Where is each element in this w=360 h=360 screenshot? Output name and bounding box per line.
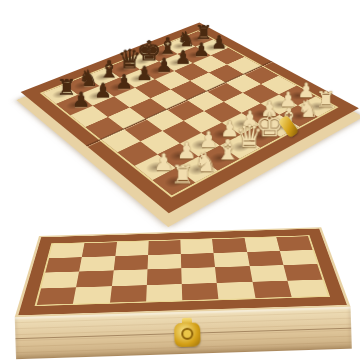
lid-square	[217, 282, 255, 300]
black-pawn: ♟	[136, 64, 153, 83]
lid-square	[45, 257, 82, 273]
lid-square	[82, 242, 117, 257]
brass-clasp-icon	[170, 317, 205, 350]
lid-square	[244, 237, 279, 252]
lid-square	[41, 272, 79, 289]
lid-square	[146, 284, 182, 302]
lid-square	[214, 252, 250, 267]
lid-square	[181, 253, 215, 269]
lid-square	[147, 268, 182, 285]
box-lid-top	[15, 227, 351, 317]
lid-square	[180, 239, 213, 254]
lid-square	[79, 256, 115, 272]
black-pawn: ♟	[115, 72, 133, 92]
lid-square	[37, 287, 77, 305]
lid-square	[252, 280, 291, 298]
lid-square	[110, 285, 147, 303]
black-pawn: ♟	[175, 48, 192, 67]
black-pawn: ♟	[94, 81, 112, 101]
closed-chess-box-photo	[0, 154, 360, 360]
lid-square	[215, 266, 252, 282]
black-pawn: ♟	[193, 41, 209, 59]
lid-square	[181, 267, 217, 284]
black-pawn: ♟	[211, 33, 227, 51]
lid-square	[276, 236, 312, 250]
lid-square	[148, 240, 181, 255]
square-d4	[167, 100, 204, 121]
black-pawn: ♟	[72, 90, 90, 110]
lid-square	[73, 286, 111, 304]
lid-square	[115, 241, 149, 256]
lid-square	[76, 270, 113, 287]
lid-square	[113, 255, 148, 271]
white-rook: ♜	[316, 89, 336, 112]
lid-square	[49, 243, 85, 258]
lid-square	[182, 283, 219, 301]
box-lid-checker-grid	[35, 235, 331, 306]
lid-square	[247, 251, 284, 266]
product-photo: ♜♞♝♛♚♝♞♜♟♟♟♟♟♟♟♟♟♟♟♟♟♟♟♟♜♞♝♛♚♝♞♜	[0, 0, 360, 360]
box-lid-border	[18, 229, 347, 316]
lid-square	[249, 265, 287, 281]
black-pawn: ♟	[156, 56, 173, 75]
lid-square	[287, 279, 328, 297]
lid-square	[283, 264, 322, 280]
lid-square	[280, 250, 318, 265]
lid-square	[212, 238, 246, 253]
lid-square	[111, 269, 147, 286]
lid-square	[147, 254, 181, 270]
